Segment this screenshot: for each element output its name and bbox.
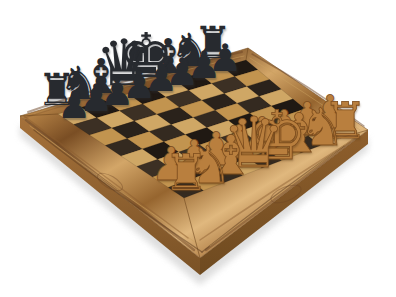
chess-set-photo: ♜♞♝♛♚♝♞♜♟♟♟♟♟♟♟♟♟♟♟♟♟♟♟♟♜♞♝♛♚♝♞♜ [0,0,396,297]
piece-white-rook-a1[interactable]: ♜ [164,148,209,198]
piece-black-pawn-a7[interactable]: ♟ [57,86,91,124]
